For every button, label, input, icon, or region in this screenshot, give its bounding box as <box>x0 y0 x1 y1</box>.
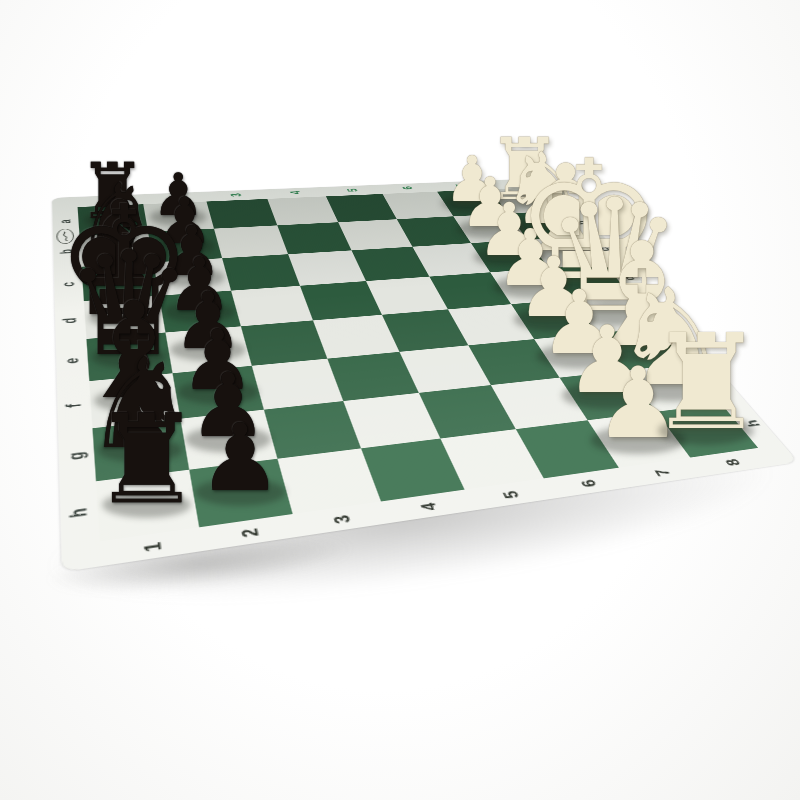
rank-label-top-5: 5 <box>345 188 360 192</box>
file-label-left-a: a <box>56 219 72 223</box>
rank-label-bottom-1: 1 <box>140 541 165 553</box>
rank-label-top-4: 4 <box>287 191 302 195</box>
file-label-right-h: h <box>742 419 762 427</box>
file-label-right-e: e <box>647 307 664 312</box>
square-a3 <box>206 199 277 229</box>
rank-label-top-1: 1 <box>102 198 118 202</box>
board-grid <box>78 187 759 541</box>
square-d2 <box>159 291 241 333</box>
file-label-right-c: c <box>596 247 612 251</box>
rank-label-top-8: 8 <box>505 182 519 185</box>
square-c1 <box>82 262 160 301</box>
rank-label-bottom-2: 2 <box>237 527 261 538</box>
rank-label-bottom-7: 7 <box>651 468 672 477</box>
file-label-right-a: a <box>553 196 567 200</box>
square-b3 <box>214 225 288 258</box>
brand-squiggle-icon <box>60 230 70 242</box>
square-c3 <box>222 254 300 290</box>
square-h2 <box>189 459 292 528</box>
rank-label-top-3: 3 <box>228 193 243 197</box>
brand-stamp-icon <box>56 228 74 244</box>
square-b1 <box>79 232 153 267</box>
square-a1 <box>78 204 149 235</box>
file-label-right-g: g <box>707 378 726 385</box>
file-label-left-f: f <box>62 403 83 409</box>
rank-label-bottom-4: 4 <box>417 502 440 512</box>
square-b2 <box>148 229 222 263</box>
file-label-left-h: h <box>66 507 90 519</box>
file-label-left-c: c <box>58 282 76 288</box>
rank-label-bottom-3: 3 <box>330 514 353 525</box>
square-d3 <box>231 286 313 327</box>
chess-set-photo: 11aa22bb33cc44dd55ee66ff77gg88hh ♜♞♝♚♛♝♞… <box>0 0 800 800</box>
chess-board: 11aa22bb33cc44dd55ee66ff77gg88hh <box>52 178 798 572</box>
file-label-left-g: g <box>64 451 86 461</box>
rank-label-bottom-5: 5 <box>499 490 521 500</box>
file-label-left-e: e <box>61 357 81 364</box>
file-label-left-b: b <box>57 249 74 254</box>
file-label-right-d: d <box>620 275 637 280</box>
square-c2 <box>153 258 231 296</box>
square-h1 <box>96 470 199 542</box>
rank-label-top-6: 6 <box>400 186 415 190</box>
square-a2 <box>143 202 214 232</box>
file-label-right-f: f <box>676 342 692 346</box>
file-label-right-b: b <box>574 221 589 225</box>
rank-label-bottom-8: 8 <box>722 458 743 467</box>
rank-label-top-2: 2 <box>166 196 181 200</box>
file-label-left-d: d <box>60 317 79 324</box>
rank-label-top-7: 7 <box>453 184 467 188</box>
rank-label-bottom-6: 6 <box>577 479 599 488</box>
